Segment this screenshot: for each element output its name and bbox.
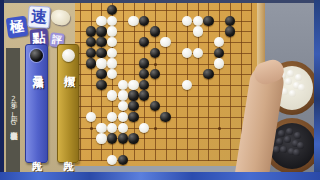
video-frame: 極 速 點 評 第29屆LG杯世界圍棋棋王戰準決賽 元晟溱 九段 柯潔 九段	[0, 0, 320, 180]
white-stone	[107, 37, 117, 47]
white-stone	[298, 84, 305, 91]
board-grid-line	[176, 3, 177, 161]
white-stone	[107, 48, 117, 58]
player-name-black: 元晟溱	[29, 66, 44, 69]
black-stone	[96, 80, 106, 90]
black-stone	[107, 133, 117, 143]
black-stone	[139, 37, 149, 47]
black-stone-icon	[30, 49, 43, 62]
black-stone	[150, 48, 160, 58]
black-stone	[150, 101, 160, 111]
frame-edge-top	[0, 0, 320, 3]
black-stone	[225, 16, 235, 26]
white-stone	[193, 26, 203, 36]
black-stone	[276, 138, 283, 145]
go-board	[72, 3, 257, 166]
board-grid-line	[72, 106, 252, 107]
board-grid-line	[166, 3, 167, 161]
white-stone	[287, 70, 294, 77]
black-stone	[96, 37, 106, 47]
white-stone	[96, 133, 106, 143]
player-plate-white: 柯潔 九段	[57, 44, 79, 163]
black-stone	[273, 146, 280, 153]
white-stone	[118, 123, 128, 133]
white-stone	[86, 112, 96, 122]
white-stone	[107, 16, 117, 26]
logo-go-stone-icon	[50, 8, 71, 26]
white-stone	[160, 37, 170, 47]
black-stone	[128, 90, 138, 100]
white-stone	[107, 58, 117, 68]
black-stone	[96, 69, 106, 79]
black-stone	[86, 26, 96, 36]
black-stone	[118, 133, 128, 143]
white-stone	[107, 26, 117, 36]
white-stone	[128, 16, 138, 26]
black-stone	[150, 26, 160, 36]
frame-edge-right	[314, 0, 320, 180]
player-name-white: 柯潔	[61, 66, 76, 68]
black-stone	[203, 69, 213, 79]
logo-tile-2: 速	[27, 5, 50, 28]
white-stone	[118, 112, 128, 122]
black-stone	[96, 26, 106, 36]
black-stone	[96, 48, 106, 58]
white-stone	[107, 69, 117, 79]
black-stone	[107, 5, 117, 15]
frame-edge-left	[0, 0, 4, 180]
white-stone	[182, 48, 192, 58]
event-caption: 第29屆LG杯世界圍棋棋王戰準決賽	[6, 48, 20, 172]
white-stone	[193, 48, 203, 58]
board-grid-line	[208, 3, 209, 161]
board-grid-line	[219, 3, 220, 161]
black-stone	[139, 58, 149, 68]
board-grid-line	[72, 10, 252, 11]
white-stone	[107, 123, 117, 133]
black-stone	[294, 132, 301, 139]
board-grid-line	[72, 160, 252, 161]
board-grid-line	[72, 149, 252, 150]
white-stone	[107, 90, 117, 100]
black-stone	[139, 69, 149, 79]
black-stone	[280, 146, 287, 153]
white-stone-icon	[62, 49, 75, 62]
black-stone	[139, 90, 149, 100]
board-grid-line	[80, 3, 81, 161]
white-stone	[128, 80, 138, 90]
white-stone	[118, 101, 128, 111]
black-stone	[139, 16, 149, 26]
star-point	[154, 127, 157, 130]
white-stone	[285, 78, 292, 85]
black-stone	[139, 80, 149, 90]
black-stone	[284, 136, 291, 143]
black-stone	[150, 69, 160, 79]
white-stone	[182, 16, 192, 26]
black-stone	[128, 101, 138, 111]
black-stone	[118, 155, 128, 165]
black-stone	[293, 149, 300, 156]
white-stone	[96, 16, 106, 26]
left-panel: 極 速 點 評 第29屆LG杯世界圍棋棋王戰準決賽 元晟溱 九段 柯潔 九段	[4, 3, 75, 172]
black-stone	[286, 128, 293, 135]
white-stone	[182, 80, 192, 90]
white-stone	[193, 16, 203, 26]
white-stone	[96, 123, 106, 133]
star-point	[90, 127, 93, 130]
white-stone	[295, 74, 302, 81]
white-stone	[107, 112, 117, 122]
white-stone	[118, 80, 128, 90]
white-stone	[214, 58, 224, 68]
black-stone	[214, 48, 224, 58]
white-stone	[289, 90, 296, 97]
black-stone	[86, 58, 96, 68]
frame-edge-bottom	[0, 172, 320, 180]
white-stone	[139, 123, 149, 133]
white-stone	[118, 90, 128, 100]
black-stone	[128, 133, 138, 143]
white-stone	[96, 58, 106, 68]
broadcast-scene: 極 速 點 評 第29屆LG杯世界圍棋棋王戰準決賽 元晟溱 九段 柯潔 九段	[4, 3, 314, 172]
logo-tile-1: 極	[6, 16, 29, 39]
star-point	[154, 63, 157, 66]
black-stone	[128, 112, 138, 122]
white-stone	[107, 155, 117, 165]
black-stone	[203, 16, 213, 26]
player-plate-black: 元晟溱 九段	[25, 44, 48, 163]
black-stone	[160, 112, 170, 122]
black-stone	[86, 48, 96, 58]
white-stone	[214, 37, 224, 47]
black-stone	[278, 130, 285, 137]
black-stone	[297, 142, 304, 149]
star-point	[218, 127, 221, 130]
black-stone	[86, 37, 96, 47]
black-stone	[225, 26, 235, 36]
board-grid-line	[72, 96, 252, 97]
